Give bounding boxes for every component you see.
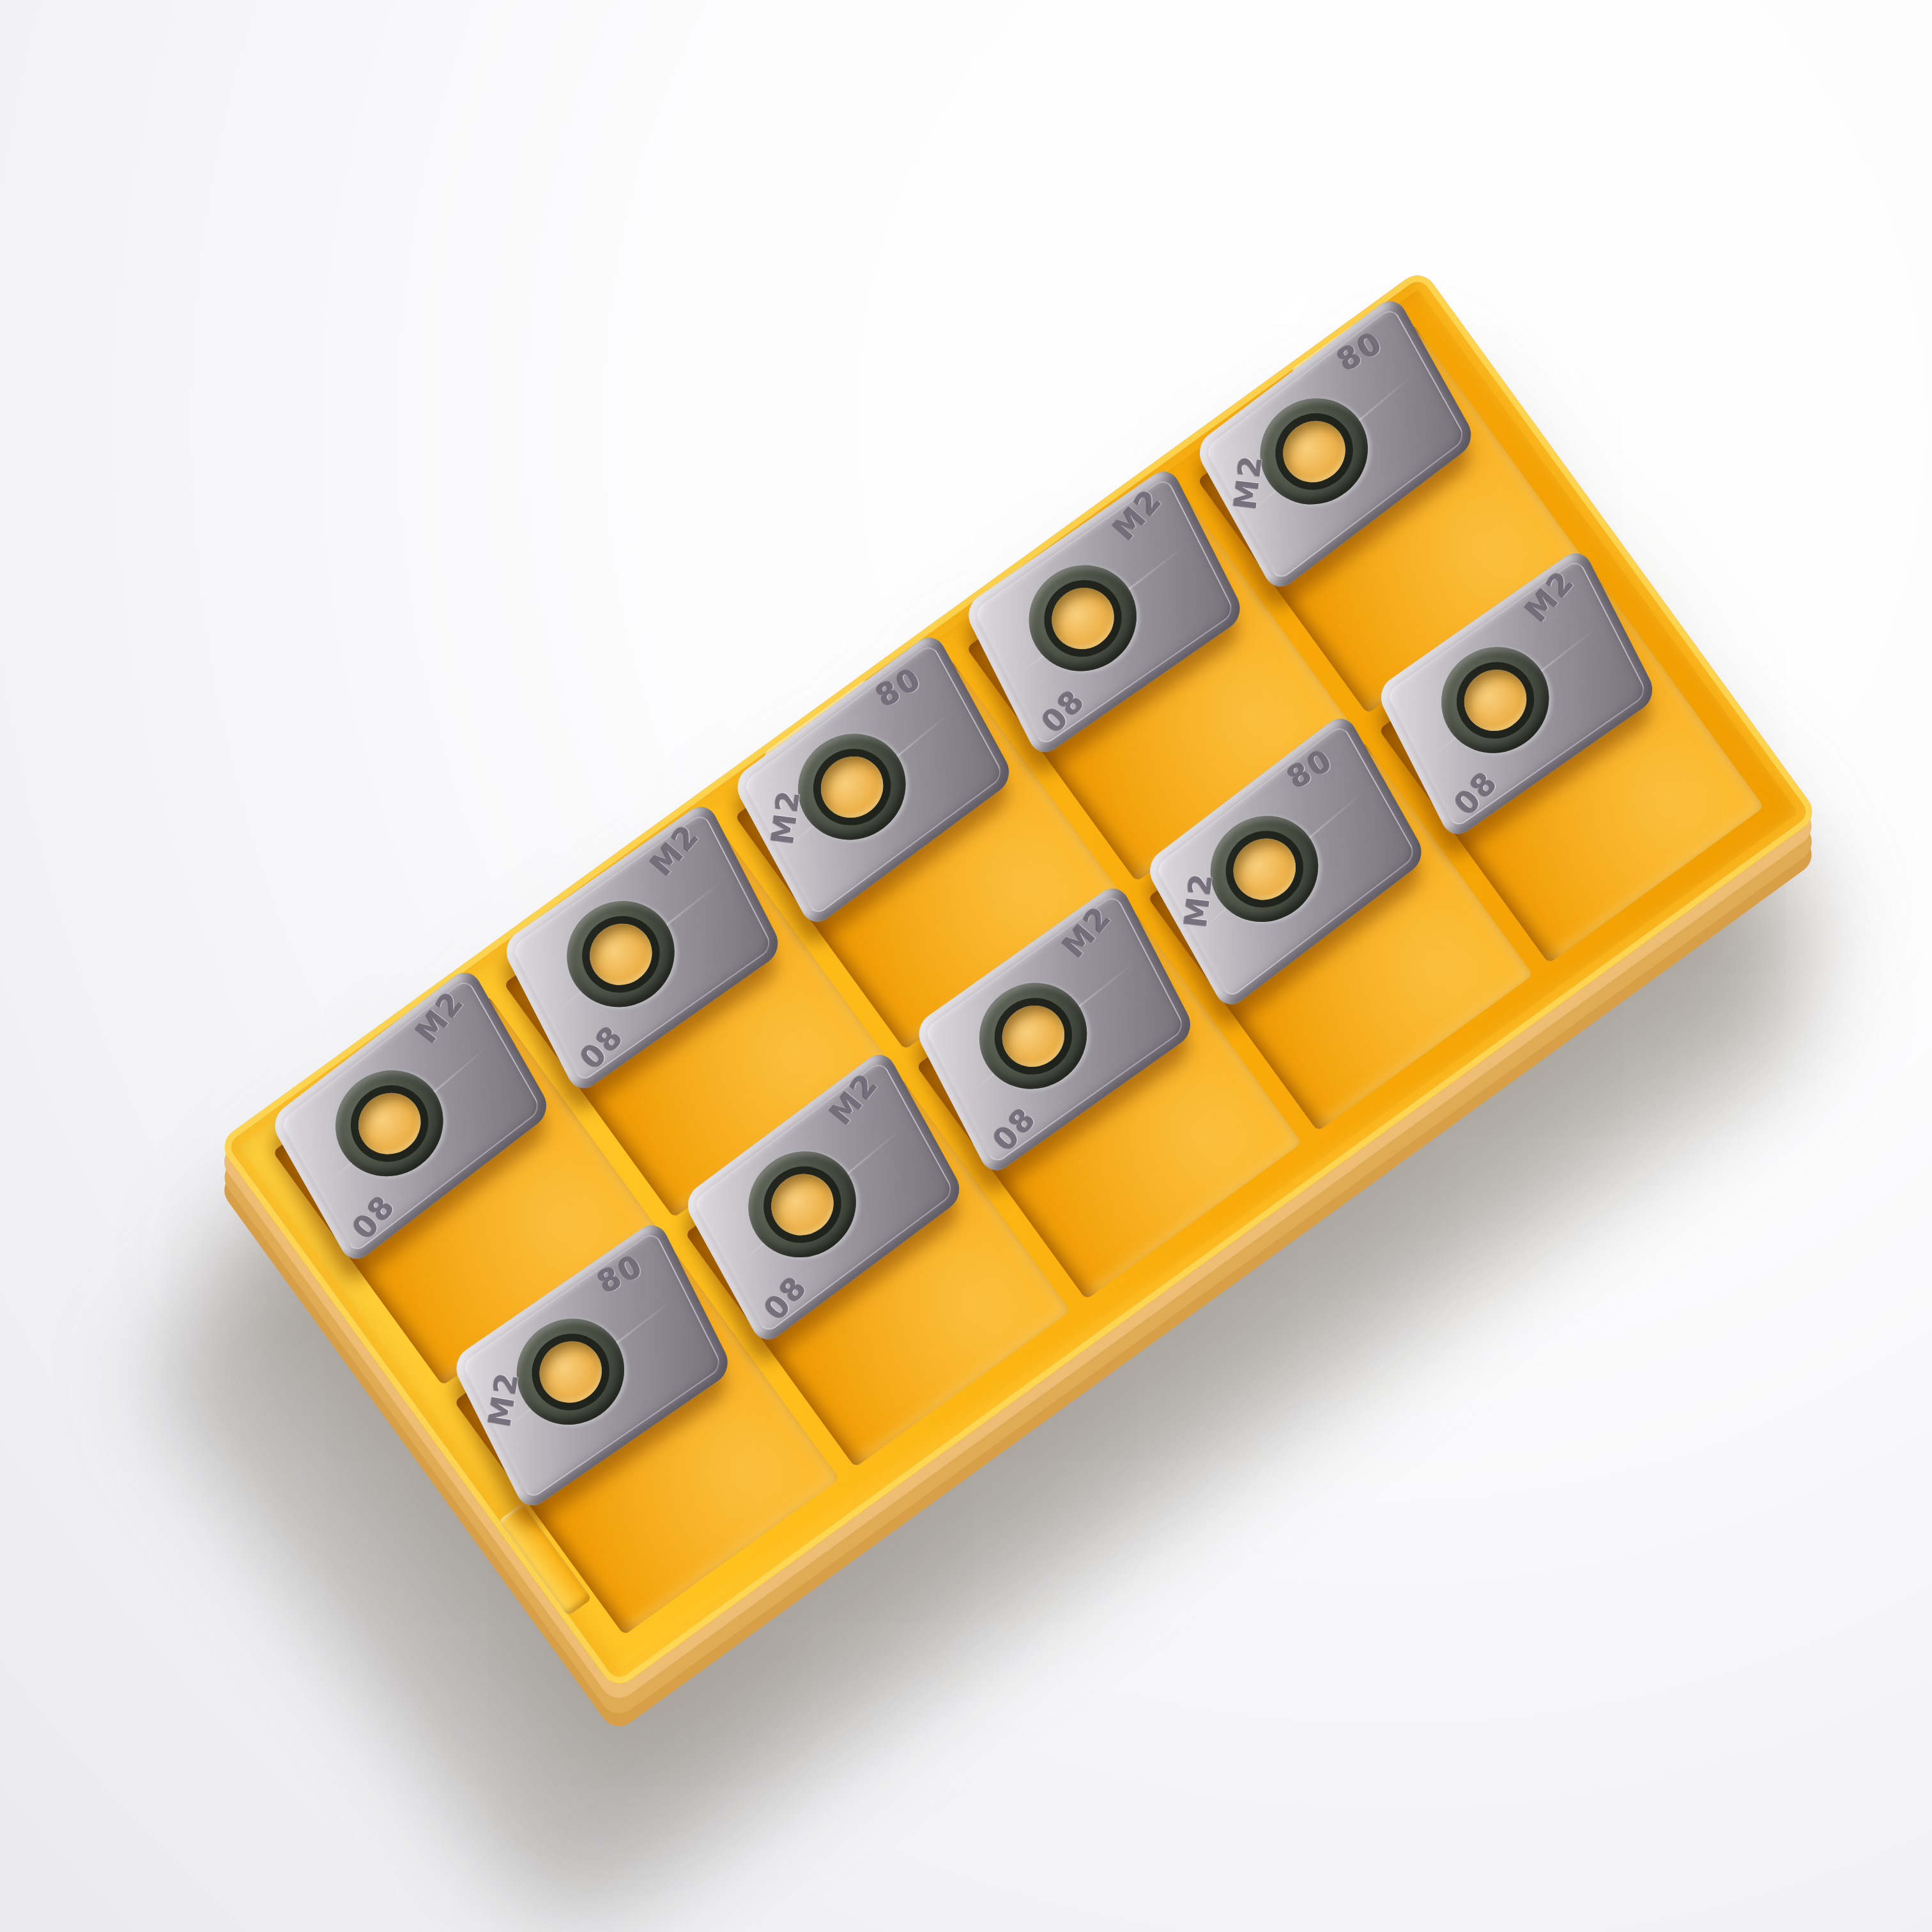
insert-face: 80 M2 <box>1184 300 1487 587</box>
insert-screw-hole <box>496 1298 645 1446</box>
insert-stamp-upper: M2 <box>1106 481 1169 547</box>
screw-hole-bore <box>1271 408 1358 494</box>
insert-screw-hole <box>728 1131 877 1279</box>
insert-face: M2 08 <box>259 972 563 1259</box>
screw-hole-bore <box>990 993 1077 1079</box>
screw-hole-bore <box>1452 657 1538 743</box>
product-photo-scene: M2 08 M2 08 <box>0 0 1932 1932</box>
milling-insert: M2 08 <box>268 965 553 1267</box>
insert-stamp-upper: M2 <box>409 983 471 1049</box>
screw-hole-bore <box>1221 826 1308 912</box>
insert-stamp-lower: M2 <box>1227 452 1269 512</box>
insert-stamp-lower: M2 <box>1177 870 1220 930</box>
insert-stamp-upper: 80 <box>1331 323 1389 378</box>
insert-stamp-lower: 08 <box>985 1100 1043 1158</box>
insert-stamp-lower: 08 <box>345 1187 402 1246</box>
insert-stamp-upper: M2 <box>643 816 707 882</box>
screw-hole-bore <box>759 1161 846 1248</box>
insert-face: M2 08 <box>953 471 1256 753</box>
insert-stamp-lower: M2 <box>482 1368 526 1429</box>
milling-insert: 80 M2 <box>731 630 1015 930</box>
milling-insert: M2 08 <box>500 799 785 1096</box>
insert-screw-hole <box>959 962 1108 1110</box>
insert-stamp-lower: M2 <box>764 787 807 847</box>
screw-hole-bore <box>809 744 896 831</box>
milling-insert: 80 M2 <box>1193 293 1478 594</box>
insert-stamp-lower: 08 <box>756 1268 814 1327</box>
screw-hole-bore <box>578 912 664 997</box>
insert-stamp-lower: 08 <box>1034 682 1092 740</box>
insert-stamp-upper: 80 <box>870 660 928 714</box>
screw-hole-bore <box>528 1329 614 1414</box>
insert-stamp-lower: 08 <box>572 1018 630 1077</box>
insert-screw-hole <box>546 880 695 1028</box>
insert-screw-hole <box>1421 626 1570 774</box>
screw-hole-bore <box>346 1080 433 1167</box>
insert-screw-hole <box>1009 544 1158 692</box>
milling-insert: M2 08 <box>962 464 1246 760</box>
insert-stamp-lower: 08 <box>1447 763 1505 822</box>
insert-face: M2 08 <box>491 806 794 1089</box>
insert-face: 80 M2 <box>721 637 1025 923</box>
screw-hole-bore <box>1040 576 1126 661</box>
